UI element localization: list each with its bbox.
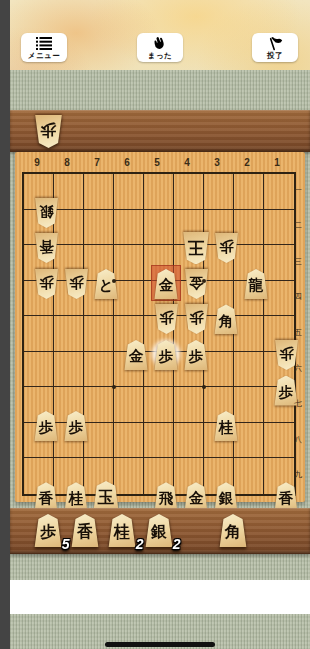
star-point	[112, 385, 116, 389]
square-1-1[interactable]	[264, 174, 294, 210]
rank-label-4: 四	[292, 291, 304, 302]
sente-piece-桂-37[interactable]: 桂	[214, 411, 239, 441]
square-5-1[interactable]	[144, 174, 174, 210]
sente-piece-角-34[interactable]: 角	[214, 304, 239, 334]
sente-hand-銀[interactable]: 銀2	[145, 514, 174, 547]
board-grid: 銀香王歩歩歩と金金龍歩歩角金歩歩歩歩歩歩桂香桂玉飛金銀香	[22, 172, 296, 496]
file-label-1: 1	[262, 152, 292, 172]
sente-piece-歩-97[interactable]: 歩	[34, 411, 59, 441]
sente-piece-金-53[interactable]: 金	[154, 269, 179, 299]
file-label-6: 6	[112, 152, 142, 172]
square-1-2[interactable]	[264, 210, 294, 246]
square-6-1[interactable]	[114, 174, 144, 210]
square-1-4[interactable]	[264, 281, 294, 317]
app-screen: メニュー まった 投了 歩 987654321	[10, 0, 310, 649]
square-6-2[interactable]	[114, 210, 144, 246]
ad-banner	[10, 580, 310, 614]
menu-list-icon	[36, 36, 52, 51]
rank-label-3: 三	[292, 255, 304, 266]
file-label-9: 9	[22, 152, 52, 172]
gote-hand-歩[interactable]: 歩	[34, 115, 63, 148]
home-indicator-bar[interactable]	[105, 642, 215, 647]
square-6-7[interactable]	[114, 387, 144, 423]
menu-button-label: メニュー	[28, 52, 61, 60]
resign-button[interactable]: 投了	[252, 33, 298, 62]
gote-piece-銀-91[interactable]: 銀	[34, 198, 59, 228]
rank-label-1: 一	[292, 184, 304, 195]
square-7-1[interactable]	[84, 174, 114, 210]
gote-piece-歩-44[interactable]: 歩	[184, 304, 209, 334]
file-label-8: 8	[52, 152, 82, 172]
square-2-6[interactable]	[234, 352, 264, 388]
file-label-3: 3	[202, 152, 232, 172]
file-label-2: 2	[232, 152, 262, 172]
sente-piece-龍-23[interactable]: 龍	[244, 269, 269, 299]
sente-hand-桂[interactable]: 桂2	[108, 514, 137, 547]
square-2-5[interactable]	[234, 316, 264, 352]
square-5-8[interactable]	[144, 423, 174, 459]
square-7-2[interactable]	[84, 210, 114, 246]
gote-piece-金-43[interactable]: 金	[184, 269, 209, 299]
sente-piece-歩-55[interactable]: 歩	[154, 340, 179, 370]
square-7-8[interactable]	[84, 423, 114, 459]
sente-captured-tray: 歩5 香 桂2 銀2 角	[10, 508, 310, 554]
rank-label-2: 二	[292, 220, 304, 231]
file-label-7: 7	[82, 152, 112, 172]
matta-button-label: まった	[148, 52, 173, 60]
rank-coordinates: 一二三四五六七八九	[292, 172, 304, 492]
square-1-3[interactable]	[264, 245, 294, 281]
sente-hand-角[interactable]: 角	[219, 514, 248, 547]
sente-hand-香[interactable]: 香	[71, 514, 100, 547]
matta-undo-button[interactable]: まった	[137, 33, 183, 62]
toolbar: メニュー まった 投了	[10, 33, 310, 63]
square-3-6[interactable]	[204, 352, 234, 388]
square-7-5[interactable]	[84, 316, 114, 352]
square-5-2[interactable]	[144, 210, 174, 246]
gote-piece-歩-32[interactable]: 歩	[214, 233, 239, 263]
star-point	[202, 385, 206, 389]
square-2-8[interactable]	[234, 423, 264, 459]
gote-piece-香-92[interactable]: 香	[34, 233, 59, 263]
sente-piece-歩-45[interactable]: 歩	[184, 340, 209, 370]
square-2-1[interactable]	[234, 174, 264, 210]
sente-piece-金-65[interactable]: 金	[124, 340, 149, 370]
flag-icon	[267, 36, 283, 51]
gote-captured-tray: 歩	[10, 110, 310, 152]
sente-piece-と-73[interactable]: と	[94, 269, 119, 299]
square-4-1[interactable]	[174, 174, 204, 210]
gote-piece-王-42[interactable]: 王	[182, 232, 210, 265]
rank-label-7: 七	[292, 398, 304, 409]
square-7-6[interactable]	[84, 352, 114, 388]
sente-hand-歩[interactable]: 歩5	[34, 514, 63, 547]
square-8-6[interactable]	[54, 352, 84, 388]
hand-count-badge: 5	[62, 536, 70, 552]
square-8-5[interactable]	[54, 316, 84, 352]
hand-count-badge: 2	[136, 536, 144, 552]
hand-icon	[153, 36, 167, 51]
file-coordinates: 987654321	[22, 152, 292, 172]
square-6-3[interactable]	[114, 245, 144, 281]
square-2-9[interactable]	[234, 458, 264, 494]
gote-piece-歩-83[interactable]: 歩	[64, 269, 89, 299]
rank-label-5: 五	[292, 327, 304, 338]
menu-button[interactable]: メニュー	[21, 33, 67, 62]
rank-label-6: 六	[292, 362, 304, 373]
square-6-8[interactable]	[114, 423, 144, 459]
square-7-7[interactable]	[84, 387, 114, 423]
shogi-board: 987654321 銀香王歩歩歩と金金龍歩歩角金歩歩歩歩歩歩桂香桂玉飛金銀香 一…	[15, 152, 305, 502]
square-1-8[interactable]	[264, 423, 294, 459]
star-point	[202, 279, 206, 283]
square-3-1[interactable]	[204, 174, 234, 210]
gote-piece-歩-93[interactable]: 歩	[34, 269, 59, 299]
file-label-4: 4	[172, 152, 202, 172]
star-point	[112, 279, 116, 283]
resign-button-label: 投了	[267, 52, 283, 60]
square-9-5[interactable]	[24, 316, 54, 352]
square-2-7[interactable]	[234, 387, 264, 423]
rank-label-8: 八	[292, 433, 304, 444]
square-5-7[interactable]	[144, 387, 174, 423]
gote-piece-歩-54[interactable]: 歩	[154, 304, 179, 334]
square-4-7[interactable]	[174, 387, 204, 423]
file-label-5: 5	[142, 152, 172, 172]
sente-piece-歩-87[interactable]: 歩	[64, 411, 89, 441]
hand-count-badge: 2	[173, 536, 181, 552]
square-6-4[interactable]	[114, 281, 144, 317]
rank-label-9: 九	[292, 469, 304, 480]
square-9-6[interactable]	[24, 352, 54, 388]
square-4-8[interactable]	[174, 423, 204, 459]
